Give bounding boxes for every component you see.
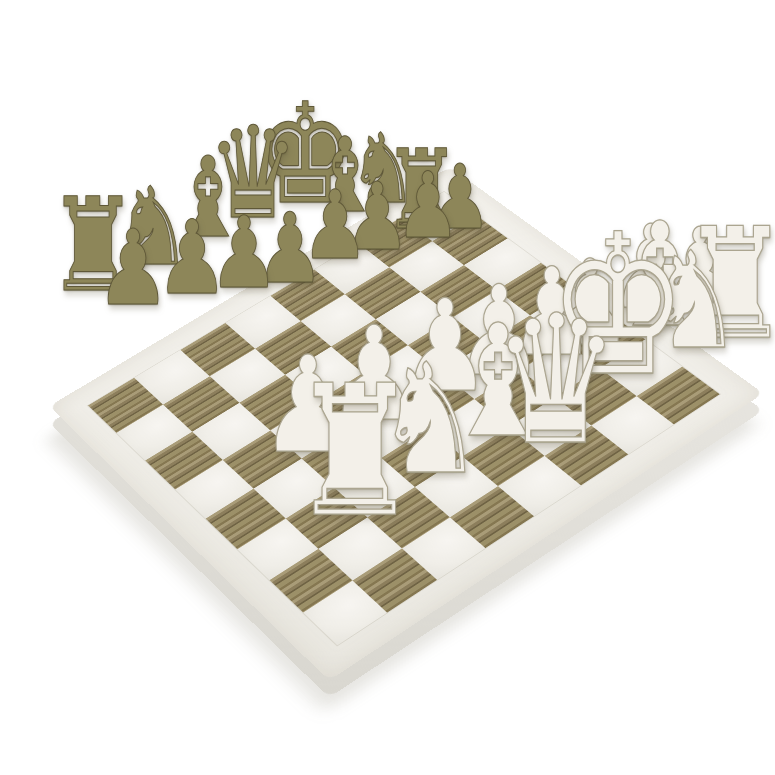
square-h8 [401,192,475,241]
square-g2 [555,368,637,425]
piece-green-pawn-f7: ♟ [343,171,410,264]
square-g3 [520,341,600,397]
square-a5 [175,460,254,519]
square-a7 [116,404,192,460]
square-e7 [300,294,376,347]
square-b7 [163,376,239,431]
square-e1 [498,455,582,516]
square-b3 [286,488,367,549]
square-a4 [206,488,286,549]
square-f3 [474,370,555,427]
piece-white-rook-h1: ♜ [680,208,775,361]
square-a8 [88,378,163,433]
square-d6 [286,347,363,402]
piece-green-pawn-e7: ♟ [301,178,369,273]
square-f2 [509,397,591,455]
piece-green-pawn-h7: ♟ [428,152,492,241]
piece-green-pawn-c7: ♟ [209,203,280,302]
square-g7 [389,241,464,292]
piece-white-knight-g1: ♞ [646,234,742,368]
product-photo: ♜♞♝♛♚♝♞♜♟♟♟♟♟♟♟♟♟♟♟♟♟♟♟♟♜♞♝♛♚♝♞♜ [0,0,775,775]
square-b4 [254,459,334,519]
piece-green-pawn-d7: ♟ [255,200,325,297]
square-c3 [334,457,415,517]
piece-white-pawn-e2: ♟ [509,251,596,372]
square-h4 [530,288,609,342]
piece-white-pawn-b2: ♟ [327,309,420,439]
square-b1 [353,548,437,612]
square-g8 [358,217,432,267]
piece-green-bishop-f8: ♝ [308,125,382,228]
square-b8 [135,350,210,404]
piece-green-queen-d8: ♛ [207,110,298,237]
square-d2 [415,456,497,516]
chess-board-wrapper [135,140,655,660]
piece-white-rook-a1: ♜ [290,361,420,542]
square-d5 [317,373,395,429]
square-f4 [441,343,520,399]
piece-white-bishop-f1: ♝ [609,203,712,347]
piece-green-bishop-c8: ♝ [168,142,248,253]
square-h6 [464,238,540,289]
board-shadow-wrapper [131,172,651,692]
square-c7 [210,348,286,403]
piece-white-bishop-c1: ♝ [442,304,553,459]
piece-white-pawn-c2: ♟ [399,283,490,410]
board-slab-edge [49,184,763,698]
pieces-layer: ♜♞♝♛♚♝♞♜♟♟♟♟♟♟♟♟♟♟♟♟♟♟♟♟♜♞♝♛♚♝♞♜ [0,0,775,775]
piece-white-pawn-f2: ♟ [548,244,633,362]
square-c8 [180,323,255,376]
piece-white-pawn-h2: ♟ [660,214,740,326]
square-h1 [637,366,720,424]
square-c6 [239,374,316,430]
square-f7 [345,267,420,319]
square-b2 [319,517,402,580]
piece-white-pawn-g2: ♟ [609,210,691,325]
square-g5 [453,290,531,343]
piece-green-pawn-a7: ♟ [96,217,171,321]
square-e6 [331,319,408,373]
piece-green-rook-h8: ♜ [383,135,462,245]
square-c5 [270,401,349,458]
piece-green-king-e8: ♚ [255,85,355,224]
square-e5 [363,345,441,400]
square-e2 [462,427,544,486]
piece-green-pawn-g7: ♟ [396,160,461,251]
square-b6 [193,403,270,460]
piece-green-knight-b8: ♞ [114,173,191,281]
square-e4 [395,371,474,428]
square-d4 [349,400,429,457]
square-h5 [497,263,575,315]
square-a1 [303,580,388,645]
squares-grid [88,192,720,646]
square-g1 [591,396,674,455]
square-c4 [302,429,382,488]
square-d1 [450,486,534,548]
square-d7 [255,321,331,375]
piece-white-pawn-d2: ♟ [455,269,544,393]
board-slab-wrapper [135,157,655,677]
piece-white-queen-d1: ♛ [492,292,620,470]
square-f8 [315,243,389,294]
piece-white-knight-b1: ♞ [375,344,484,496]
square-h3 [565,313,645,368]
square-a6 [145,431,223,489]
square-e3 [428,399,509,457]
square-g4 [486,315,565,370]
square-c2 [367,487,450,548]
square-f6 [376,292,453,345]
piece-white-pawn-a2: ♟ [260,339,355,472]
chess-board [49,167,763,681]
square-b5 [223,430,302,488]
square-h7 [432,215,507,265]
square-c1 [402,517,486,580]
piece-white-king-e1: ♚ [548,209,688,404]
square-a2 [270,549,353,613]
square-e8 [271,269,345,321]
square-d3 [381,428,462,487]
piece-green-pawn-b7: ♟ [156,208,229,310]
piece-green-rook-a8: ♜ [46,181,139,310]
square-h2 [600,339,682,395]
board-shadow [45,199,759,713]
square-f5 [408,317,486,371]
piece-green-knight-g8: ♞ [349,120,418,216]
square-d8 [226,296,301,348]
square-a3 [237,518,319,580]
square-g6 [420,265,496,317]
square-f1 [545,425,628,485]
